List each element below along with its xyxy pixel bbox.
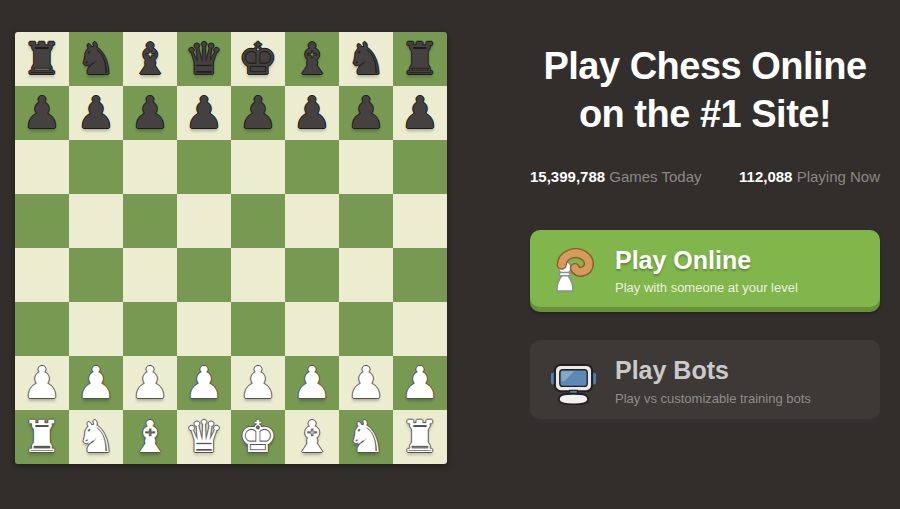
white-queen: ♛: [184, 415, 223, 459]
hero-panel: Play Chess Online on the #1 Site! 15,399…: [515, 0, 895, 423]
square-c6[interactable]: [123, 140, 177, 194]
square-h6[interactable]: [393, 140, 447, 194]
square-a4[interactable]: [15, 248, 69, 302]
square-c3[interactable]: [123, 302, 177, 356]
square-g7[interactable]: ♟: [339, 86, 393, 140]
play-online-text: Play Online Play with someone at your le…: [615, 247, 798, 296]
square-h8[interactable]: ♜: [393, 32, 447, 86]
square-c2[interactable]: ♟: [123, 356, 177, 410]
stat-games-today: 15,399,788 Games Today: [530, 168, 702, 185]
square-e3[interactable]: [231, 302, 285, 356]
square-g2[interactable]: ♟: [339, 356, 393, 410]
square-c8[interactable]: ♝: [123, 32, 177, 86]
playing-now-value: 112,088: [739, 168, 792, 185]
white-rook: ♜: [400, 415, 439, 459]
square-d6[interactable]: [177, 140, 231, 194]
square-g8[interactable]: ♞: [339, 32, 393, 86]
white-knight: ♞: [76, 415, 115, 459]
black-pawn: ♟: [184, 91, 223, 135]
black-rook: ♜: [400, 37, 439, 81]
square-g1[interactable]: ♞: [339, 410, 393, 464]
square-a2[interactable]: ♟: [15, 356, 69, 410]
square-h7[interactable]: ♟: [393, 86, 447, 140]
square-f8[interactable]: ♝: [285, 32, 339, 86]
black-pawn: ♟: [292, 91, 331, 135]
black-knight: ♞: [76, 37, 115, 81]
play-bots-subtitle: Play vs customizable training bots: [615, 391, 811, 406]
stats-row: 15,399,788 Games Today 112,088 Playing N…: [530, 168, 880, 185]
black-queen: ♛: [184, 37, 223, 81]
stat-playing-now: 112,088 Playing Now: [739, 168, 880, 185]
white-pawn: ♟: [22, 361, 61, 405]
square-b1[interactable]: ♞: [69, 410, 123, 464]
play-online-button[interactable]: Play Online Play with someone at your le…: [530, 230, 880, 312]
square-g3[interactable]: [339, 302, 393, 356]
black-pawn: ♟: [346, 91, 385, 135]
square-b8[interactable]: ♞: [69, 32, 123, 86]
square-b2[interactable]: ♟: [69, 356, 123, 410]
square-d2[interactable]: ♟: [177, 356, 231, 410]
page-title: Play Chess Online on the #1 Site!: [515, 42, 895, 138]
white-knight: ♞: [346, 415, 385, 459]
playing-now-label: Playing Now: [797, 168, 880, 185]
square-a1[interactable]: ♜: [15, 410, 69, 464]
white-pawn: ♟: [238, 361, 277, 405]
play-online-subtitle: Play with someone at your level: [615, 280, 798, 295]
black-pawn: ♟: [238, 91, 277, 135]
chess-board[interactable]: ♜♞♝♛♚♝♞♜♟♟♟♟♟♟♟♟♟♟♟♟♟♟♟♟♜♞♝♛♚♝♞♜: [15, 32, 447, 464]
square-b5[interactable]: [69, 194, 123, 248]
square-h2[interactable]: ♟: [393, 356, 447, 410]
white-bishop: ♝: [130, 415, 169, 459]
square-b6[interactable]: [69, 140, 123, 194]
square-g5[interactable]: [339, 194, 393, 248]
square-h3[interactable]: [393, 302, 447, 356]
square-f1[interactable]: ♝: [285, 410, 339, 464]
white-pawn: ♟: [76, 361, 115, 405]
square-f7[interactable]: ♟: [285, 86, 339, 140]
square-e1[interactable]: ♚: [231, 410, 285, 464]
games-today-label: Games Today: [609, 168, 701, 185]
black-bishop: ♝: [292, 37, 331, 81]
hand-moving-pawn-icon: [550, 248, 597, 295]
square-c5[interactable]: [123, 194, 177, 248]
black-rook: ♜: [22, 37, 61, 81]
black-knight: ♞: [346, 37, 385, 81]
games-today-value: 15,399,788: [530, 168, 605, 185]
square-g4[interactable]: [339, 248, 393, 302]
black-bishop: ♝: [130, 37, 169, 81]
page-title-line2: on the #1 Site!: [579, 93, 831, 135]
square-e7[interactable]: ♟: [231, 86, 285, 140]
page-title-line1: Play Chess Online: [543, 45, 866, 87]
square-d5[interactable]: [177, 194, 231, 248]
square-e2[interactable]: ♟: [231, 356, 285, 410]
square-a5[interactable]: [15, 194, 69, 248]
square-d8[interactable]: ♛: [177, 32, 231, 86]
square-b3[interactable]: [69, 302, 123, 356]
white-pawn: ♟: [130, 361, 169, 405]
black-king: ♚: [238, 37, 277, 81]
black-pawn: ♟: [400, 91, 439, 135]
square-a7[interactable]: ♟: [15, 86, 69, 140]
square-e6[interactable]: [231, 140, 285, 194]
square-c1[interactable]: ♝: [123, 410, 177, 464]
black-pawn: ♟: [76, 91, 115, 135]
square-g6[interactable]: [339, 140, 393, 194]
white-pawn: ♟: [292, 361, 331, 405]
play-bots-button[interactable]: Play Bots Play vs customizable training …: [530, 340, 880, 423]
square-f2[interactable]: ♟: [285, 356, 339, 410]
black-pawn: ♟: [130, 91, 169, 135]
square-f3[interactable]: [285, 302, 339, 356]
white-pawn: ♟: [184, 361, 223, 405]
play-online-title: Play Online: [615, 247, 798, 275]
square-c7[interactable]: ♟: [123, 86, 177, 140]
square-f5[interactable]: [285, 194, 339, 248]
square-e8[interactable]: ♚: [231, 32, 285, 86]
square-b4[interactable]: [69, 248, 123, 302]
square-d3[interactable]: [177, 302, 231, 356]
square-f6[interactable]: [285, 140, 339, 194]
square-h1[interactable]: ♜: [393, 410, 447, 464]
square-a6[interactable]: [15, 140, 69, 194]
play-bots-text: Play Bots Play vs customizable training …: [615, 357, 811, 406]
white-pawn: ♟: [400, 361, 439, 405]
square-h4[interactable]: [393, 248, 447, 302]
white-king: ♚: [238, 415, 277, 459]
square-e4[interactable]: [231, 248, 285, 302]
play-bots-title: Play Bots: [615, 357, 811, 385]
white-rook: ♜: [22, 415, 61, 459]
white-bishop: ♝: [292, 415, 331, 459]
square-a3[interactable]: [15, 302, 69, 356]
square-d7[interactable]: ♟: [177, 86, 231, 140]
square-h5[interactable]: [393, 194, 447, 248]
robot-icon: [550, 358, 597, 405]
square-f4[interactable]: [285, 248, 339, 302]
black-pawn: ♟: [22, 91, 61, 135]
square-d4[interactable]: [177, 248, 231, 302]
square-a8[interactable]: ♜: [15, 32, 69, 86]
white-pawn: ♟: [346, 361, 385, 405]
square-d1[interactable]: ♛: [177, 410, 231, 464]
square-e5[interactable]: [231, 194, 285, 248]
square-c4[interactable]: [123, 248, 177, 302]
chess-landing-page: ♜♞♝♛♚♝♞♜♟♟♟♟♟♟♟♟♟♟♟♟♟♟♟♟♜♞♝♛♚♝♞♜ Play Ch…: [0, 0, 900, 509]
square-b7[interactable]: ♟: [69, 86, 123, 140]
